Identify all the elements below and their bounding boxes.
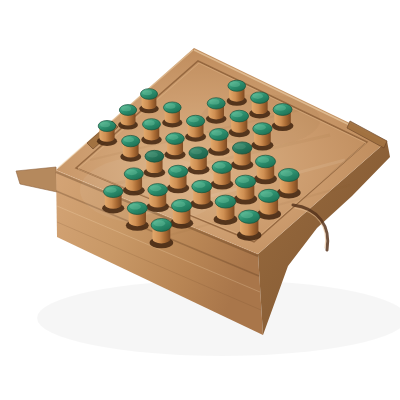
solitaire-photo-scene bbox=[0, 0, 400, 400]
